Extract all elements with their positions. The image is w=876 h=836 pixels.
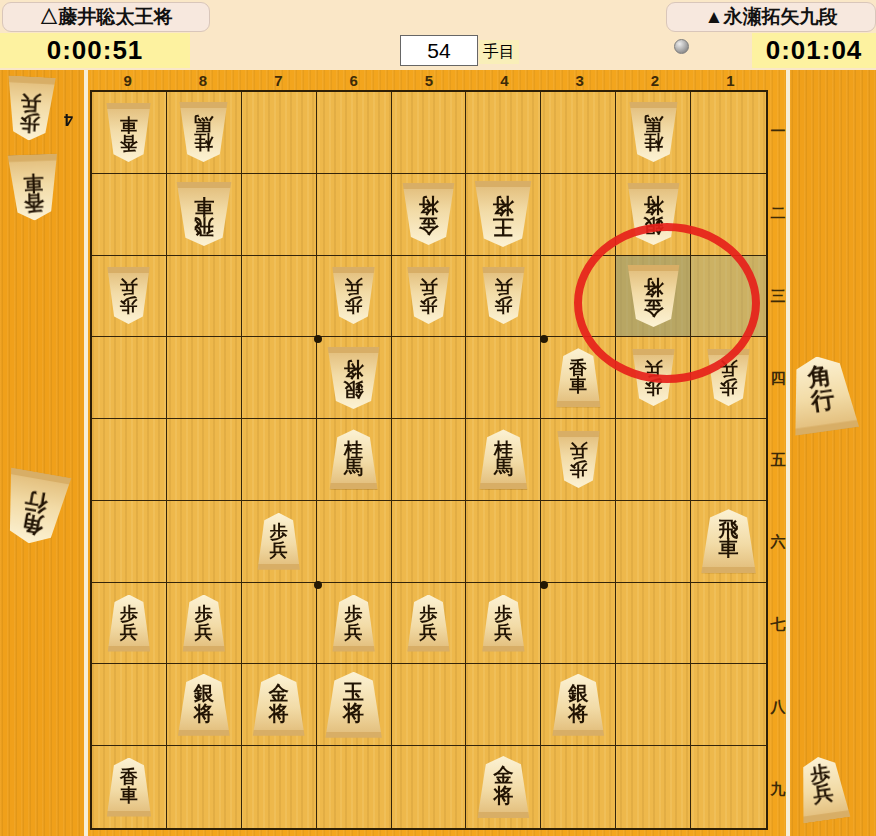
rank-label-一: 一 (769, 122, 787, 141)
board-cell-1八[interactable] (691, 664, 766, 746)
board-cell-7三[interactable] (242, 256, 317, 338)
koma-kanji: 将 (643, 196, 663, 216)
board-cell-8七[interactable]: 歩兵 (167, 583, 242, 665)
koma-kanji: 行 (23, 489, 49, 515)
koma-base-edge (106, 267, 151, 273)
koma-kanji: 兵 (419, 279, 437, 297)
board-cell-9三[interactable]: 歩兵 (92, 256, 167, 338)
board-cell-3五[interactable]: 歩兵 (541, 419, 616, 501)
board-cell-8四[interactable] (167, 337, 242, 419)
koma-kanji: 車 (120, 116, 138, 134)
board-cell-2三[interactable]: 金将 (616, 256, 691, 338)
file-label-3: 3 (575, 72, 583, 89)
koma-kanji: 兵 (569, 442, 587, 460)
sente-hand-歩兵[interactable]: 歩兵 (793, 753, 852, 823)
koma-kanji: 兵 (345, 279, 363, 297)
koma-歩兵[interactable]: 歩兵 (793, 753, 852, 823)
board-cell-5二[interactable]: 金将 (392, 174, 467, 256)
koma-金将[interactable]: 金将 (476, 756, 531, 818)
koma-kanji: 将 (343, 703, 364, 724)
koma-桂馬[interactable]: 桂馬 (478, 429, 529, 489)
board-cell-3九[interactable] (541, 746, 616, 828)
koma-kanji: 歩 (120, 605, 138, 623)
rank-label-二: 二 (769, 204, 787, 223)
board-cell-8一[interactable]: 桂馬 (167, 92, 242, 174)
board-cell-9一[interactable]: 香車 (92, 92, 167, 174)
koma-base-edge (626, 183, 681, 189)
koma-kanji: 兵 (494, 623, 512, 641)
rank-label-八: 八 (769, 697, 787, 716)
board-cell-7四[interactable] (242, 337, 317, 419)
board-cell-9四[interactable] (92, 337, 167, 419)
move-number-unit-label: 手目 (479, 40, 519, 64)
koma-kanji: 車 (23, 173, 44, 193)
gote-hand-香車[interactable]: 香車 (6, 154, 61, 222)
koma-kanji: 将 (269, 704, 289, 724)
koma-base-edge (476, 812, 531, 818)
top-bar: △藤井聡太王将 ▲永瀬拓矢九段 0:00:51 0:01:04 54 手目 (0, 0, 876, 70)
board-cell-4四[interactable] (466, 337, 541, 419)
koma-kanji: 歩 (569, 460, 587, 478)
board-cell-4三[interactable]: 歩兵 (466, 256, 541, 338)
board-cell-6九[interactable] (317, 746, 392, 828)
koma-歩兵[interactable]: 歩兵 (406, 267, 451, 324)
koma-base-edge (181, 646, 226, 652)
sente-hand-角行[interactable]: 角行 (783, 352, 861, 436)
koma-kanji: 桂 (644, 133, 663, 152)
koma-kanji: 将 (194, 704, 214, 724)
board-cell-7八[interactable]: 金将 (242, 664, 317, 746)
koma-kanji: 飛 (194, 216, 214, 236)
board-cell-5一[interactable] (392, 92, 467, 174)
board-cell-5五[interactable] (392, 419, 467, 501)
koma-kanji: 兵 (20, 93, 41, 114)
koma-kanji: 歩 (720, 378, 738, 396)
koma-base-edge (481, 267, 526, 273)
koma-base-edge (176, 730, 231, 736)
koma-base-edge (556, 431, 601, 437)
koma-kanji: 車 (569, 376, 587, 394)
koma-base-edge (6, 154, 59, 163)
board-cell-7二[interactable] (242, 174, 317, 256)
board-cell-5四[interactable] (392, 337, 467, 419)
koma-base-edge (106, 646, 151, 652)
koma-kanji: 行 (810, 387, 837, 413)
koma-歩兵[interactable]: 歩兵 (631, 349, 676, 406)
shogi-app-screen: △藤井聡太王将 ▲永瀬拓矢九段 0:00:51 0:01:04 54 手目 香車… (0, 0, 876, 836)
board-cell-1六[interactable]: 飛車 (691, 501, 766, 583)
koma-kanji: 歩 (419, 605, 437, 623)
board-cell-8六[interactable] (167, 501, 242, 583)
board-cell-1五[interactable] (691, 419, 766, 501)
rank-label-九: 九 (769, 779, 787, 798)
koma-歩兵[interactable]: 歩兵 (106, 267, 151, 324)
board-cell-4六[interactable] (466, 501, 541, 583)
board-cell-9八[interactable] (92, 664, 167, 746)
koma-桂馬[interactable]: 桂馬 (328, 429, 379, 489)
koma-歩兵[interactable]: 歩兵 (556, 431, 601, 488)
file-label-5: 5 (425, 72, 433, 89)
board-cell-8二[interactable]: 飛車 (167, 174, 242, 256)
board-cell-6一[interactable] (317, 92, 392, 174)
koma-kanji: 歩 (644, 378, 662, 396)
koma-歩兵[interactable]: 歩兵 (4, 75, 58, 141)
koma-歩兵[interactable]: 歩兵 (256, 513, 301, 570)
koma-歩兵[interactable]: 歩兵 (331, 595, 376, 652)
koma-kanji: 兵 (419, 623, 437, 641)
koma-歩兵[interactable]: 歩兵 (331, 267, 376, 324)
koma-base-edge (555, 401, 602, 407)
koma-kanji: 銀 (643, 215, 663, 235)
board-cell-1九[interactable] (691, 746, 766, 828)
koma-銀将[interactable]: 銀将 (551, 674, 606, 736)
koma-kanji: 将 (568, 704, 588, 724)
koma-base-edge (700, 567, 758, 573)
koma-kanji: 車 (120, 786, 138, 804)
koma-base-edge (7, 75, 58, 84)
board-cell-9六[interactable] (92, 501, 167, 583)
koma-kanji: 兵 (120, 623, 138, 641)
board-cell-2八[interactable] (616, 664, 691, 746)
board-cell-3三[interactable] (541, 256, 616, 338)
board-cell-7七[interactable] (242, 583, 317, 665)
rank-label-三: 三 (769, 286, 787, 305)
koma-kanji: 将 (418, 196, 438, 216)
board-cell-6三[interactable]: 歩兵 (317, 256, 392, 338)
board-cell-2七[interactable] (616, 583, 691, 665)
board-cell-2二[interactable]: 銀将 (616, 174, 691, 256)
board-cell-5三[interactable]: 歩兵 (392, 256, 467, 338)
board-cell-1三[interactable] (691, 256, 766, 338)
koma-base-edge (331, 267, 376, 273)
board-cell-3六[interactable] (541, 501, 616, 583)
board-cell-5六[interactable] (392, 501, 467, 583)
koma-kanji: 歩 (345, 296, 363, 314)
board-cell-7六[interactable]: 歩兵 (242, 501, 317, 583)
koma-base-edge (326, 347, 381, 353)
sente-komadai-strip (790, 70, 876, 836)
board-cell-6五[interactable]: 桂馬 (317, 419, 392, 501)
koma-角行[interactable]: 角行 (783, 352, 861, 436)
file-label-2: 2 (651, 72, 659, 89)
rank-label-七: 七 (769, 615, 787, 634)
board-cell-3四[interactable]: 香車 (541, 337, 616, 419)
gote-clock: 0:00:51 (0, 33, 190, 68)
turn-indicator-dot (674, 39, 689, 54)
board-cell-7五[interactable] (242, 419, 317, 501)
koma-桂馬[interactable]: 桂馬 (628, 102, 679, 162)
koma-kanji: 歩 (494, 296, 512, 314)
koma-base-edge (406, 267, 451, 273)
koma-香車[interactable]: 香車 (6, 154, 61, 222)
koma-kanji: 桂 (194, 133, 213, 152)
koma-base-edge (481, 646, 526, 652)
koma-kanji: 兵 (812, 782, 835, 804)
koma-kanji: 馬 (344, 458, 363, 477)
koma-base-edge (328, 483, 379, 489)
board-star-point (540, 335, 548, 343)
gote-hand-歩兵[interactable]: 歩兵 (4, 75, 58, 141)
koma-香車[interactable]: 香車 (555, 348, 602, 407)
koma-base-edge (331, 646, 376, 652)
koma-base-edge (473, 181, 533, 187)
board-cell-6八[interactable]: 玉将 (317, 664, 392, 746)
board-cell-3七[interactable] (541, 583, 616, 665)
koma-歩兵[interactable]: 歩兵 (181, 595, 226, 652)
board-cell-4七[interactable]: 歩兵 (466, 583, 541, 665)
koma-kanji: 香 (120, 134, 138, 152)
koma-歩兵[interactable]: 歩兵 (481, 595, 526, 652)
board-cell-7一[interactable] (242, 92, 317, 174)
koma-base-edge (105, 811, 152, 817)
koma-base-edge (256, 564, 301, 570)
koma-歩兵[interactable]: 歩兵 (706, 349, 751, 406)
file-label-4: 4 (500, 72, 508, 89)
board-cell-8八[interactable]: 銀将 (167, 664, 242, 746)
koma-金将[interactable]: 金将 (401, 183, 456, 245)
rank-label-五: 五 (769, 451, 787, 470)
koma-kanji: 歩 (120, 296, 138, 314)
file-label-9: 9 (123, 72, 131, 89)
board-star-point (540, 581, 548, 589)
koma-玉将[interactable]: 玉将 (324, 672, 384, 738)
koma-kanji: 将 (344, 359, 364, 379)
koma-kanji: 兵 (345, 623, 363, 641)
file-label-1: 1 (726, 72, 734, 89)
koma-王将[interactable]: 王将 (473, 181, 533, 247)
board-cell-6七[interactable]: 歩兵 (317, 583, 392, 665)
koma-kanji: 歩 (419, 296, 437, 314)
koma-飛車[interactable]: 飛車 (175, 182, 233, 246)
koma-kanji: 歩 (19, 113, 40, 134)
file-label-6: 6 (349, 72, 357, 89)
left-wood-divider (84, 70, 88, 836)
board-cell-3二[interactable] (541, 174, 616, 256)
board-cell-4九[interactable]: 金将 (466, 746, 541, 828)
koma-kanji: 香 (24, 193, 45, 213)
koma-kanji: 兵 (270, 541, 288, 559)
board-star-point (314, 335, 322, 343)
board-cell-8九[interactable] (167, 746, 242, 828)
koma-kanji: 兵 (644, 361, 662, 379)
koma-kanji: 車 (719, 539, 739, 559)
koma-base-edge (324, 732, 384, 738)
board-cell-5九[interactable] (392, 746, 467, 828)
board-cell-6六[interactable] (317, 501, 392, 583)
gote-player-nameplate: △藤井聡太王将 (2, 2, 210, 32)
koma-角行[interactable]: 角行 (0, 467, 73, 549)
board-cell-5七[interactable]: 歩兵 (392, 583, 467, 665)
koma-kanji: 馬 (644, 115, 663, 134)
rank-label-六: 六 (769, 533, 787, 552)
board-cell-2五[interactable] (616, 419, 691, 501)
koma-base-edge (706, 349, 751, 355)
board-cell-1四[interactable]: 歩兵 (691, 337, 766, 419)
board-cell-7九[interactable] (242, 746, 317, 828)
koma-base-edge (175, 182, 233, 188)
koma-銀将[interactable]: 銀将 (626, 183, 681, 245)
board-cell-9二[interactable] (92, 174, 167, 256)
koma-kanji: 馬 (194, 115, 213, 134)
board-cell-2九[interactable] (616, 746, 691, 828)
koma-香車[interactable]: 香車 (105, 758, 152, 817)
koma-kanji: 将 (643, 277, 663, 297)
board-cell-1一[interactable] (691, 92, 766, 174)
board-cell-3一[interactable] (541, 92, 616, 174)
koma-歩兵[interactable]: 歩兵 (106, 595, 151, 652)
koma-kanji: 歩 (494, 605, 512, 623)
koma-金将[interactable]: 金将 (626, 265, 681, 327)
board-cell-9七[interactable]: 歩兵 (92, 583, 167, 665)
board-cell-1七[interactable] (691, 583, 766, 665)
sente-clock: 0:01:04 (752, 33, 876, 68)
gote-hand-角行[interactable]: 角行 (0, 467, 73, 549)
koma-kanji: 王 (493, 216, 514, 237)
koma-base-edge (626, 265, 681, 271)
koma-kanji: 兵 (195, 623, 213, 641)
koma-歩兵[interactable]: 歩兵 (481, 267, 526, 324)
board-cell-5八[interactable] (392, 664, 467, 746)
koma-base-edge (631, 349, 676, 355)
koma-銀将[interactable]: 銀将 (326, 347, 381, 409)
board-cell-4五[interactable]: 桂馬 (466, 419, 541, 501)
file-label-8: 8 (199, 72, 207, 89)
board-star-point (314, 581, 322, 589)
koma-kanji: 金 (418, 215, 438, 235)
koma-銀将[interactable]: 銀将 (176, 674, 231, 736)
file-label-7: 7 (274, 72, 282, 89)
koma-kanji: 歩 (345, 605, 363, 623)
gote-hand-count-歩兵: 4 (64, 110, 73, 128)
board-cell-2四[interactable]: 歩兵 (616, 337, 691, 419)
koma-kanji: 香 (120, 768, 138, 786)
koma-kanji: 将 (493, 786, 513, 806)
board-cell-8五[interactable] (167, 419, 242, 501)
board-cell-1二[interactable] (691, 174, 766, 256)
board-cell-4二[interactable]: 王将 (466, 174, 541, 256)
move-number-box: 54 (400, 35, 478, 66)
koma-kanji: 兵 (120, 279, 138, 297)
board-cell-8三[interactable] (167, 256, 242, 338)
koma-kanji: 兵 (720, 361, 738, 379)
koma-kanji: 兵 (494, 279, 512, 297)
board-cell-9九[interactable]: 香車 (92, 746, 167, 828)
board-cell-2一[interactable]: 桂馬 (616, 92, 691, 174)
board-cell-6二[interactable] (317, 174, 392, 256)
koma-香車[interactable]: 香車 (105, 103, 152, 162)
koma-base-edge (628, 102, 679, 108)
koma-歩兵[interactable]: 歩兵 (406, 595, 451, 652)
board-cell-6四[interactable]: 銀将 (317, 337, 392, 419)
shogi-board: 香車桂馬桂馬飛車金将王将銀将歩兵歩兵歩兵歩兵金将銀将香車歩兵歩兵桂馬桂馬歩兵歩兵… (90, 90, 768, 830)
board-cell-4八[interactable] (466, 664, 541, 746)
board-cell-3八[interactable]: 銀将 (541, 664, 616, 746)
koma-kanji: 歩 (195, 605, 213, 623)
board-cell-2六[interactable] (616, 501, 691, 583)
board-cell-9五[interactable] (92, 419, 167, 501)
koma-base-edge (251, 730, 306, 736)
koma-base-edge (178, 102, 229, 108)
koma-桂馬[interactable]: 桂馬 (178, 102, 229, 162)
koma-base-edge (478, 483, 529, 489)
board-cell-4一[interactable] (466, 92, 541, 174)
sente-player-nameplate: ▲永瀬拓矢九段 (666, 2, 876, 32)
koma-kanji: 馬 (494, 458, 513, 477)
koma-kanji: 将 (493, 196, 514, 217)
koma-base-edge (406, 646, 451, 652)
koma-金将[interactable]: 金将 (251, 674, 306, 736)
koma-kanji: 車 (194, 197, 214, 217)
koma-base-edge (551, 730, 606, 736)
koma-飛車[interactable]: 飛車 (700, 509, 758, 573)
koma-base-edge (401, 183, 456, 189)
koma-base-edge (105, 103, 152, 109)
